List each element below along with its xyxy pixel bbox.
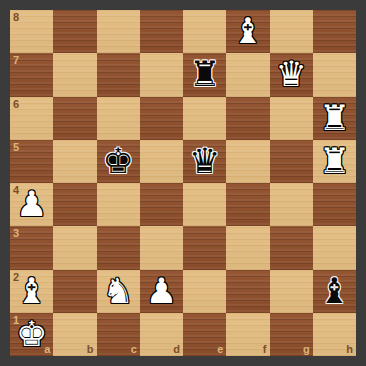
square-c5[interactable]: ♚ <box>97 140 140 183</box>
piece-white-pawn[interactable]: ♟ <box>140 270 183 313</box>
square-e5[interactable]: ♛ <box>183 140 226 183</box>
square-b2[interactable] <box>53 270 96 313</box>
rank-label-5: 5 <box>13 141 19 153</box>
square-h3[interactable] <box>313 226 356 269</box>
piece-white-king[interactable]: ♚ <box>10 313 53 356</box>
square-g1[interactable]: g <box>270 313 313 356</box>
piece-white-bishop[interactable]: ♝ <box>10 270 53 313</box>
piece-white-rook[interactable]: ♜ <box>313 97 356 140</box>
piece-black-bishop[interactable]: ♝ <box>313 270 356 313</box>
square-c6[interactable] <box>97 97 140 140</box>
square-a6[interactable]: 6 <box>10 97 53 140</box>
square-b3[interactable] <box>53 226 96 269</box>
square-d1[interactable]: d <box>140 313 183 356</box>
file-label-c: c <box>131 343 137 356</box>
square-a1[interactable]: 1a♚ <box>10 313 53 356</box>
square-d7[interactable] <box>140 53 183 96</box>
square-h7[interactable] <box>313 53 356 96</box>
rank-label-7: 7 <box>13 54 19 66</box>
square-d8[interactable] <box>140 10 183 53</box>
square-c2[interactable]: ♞ <box>97 270 140 313</box>
square-b6[interactable] <box>53 97 96 140</box>
square-g8[interactable] <box>270 10 313 53</box>
square-e4[interactable] <box>183 183 226 226</box>
square-h5[interactable]: ♜ <box>313 140 356 183</box>
piece-white-knight[interactable]: ♞ <box>97 270 140 313</box>
piece-white-pawn[interactable]: ♟ <box>10 183 53 226</box>
rank-label-3: 3 <box>13 227 19 239</box>
piece-white-queen[interactable]: ♛ <box>270 53 313 96</box>
square-f3[interactable] <box>226 226 269 269</box>
square-a7[interactable]: 7 <box>10 53 53 96</box>
square-a3[interactable]: 3 <box>10 226 53 269</box>
square-g3[interactable] <box>270 226 313 269</box>
square-a5[interactable]: 5 <box>10 140 53 183</box>
square-e6[interactable] <box>183 97 226 140</box>
square-c3[interactable] <box>97 226 140 269</box>
rank-label-8: 8 <box>13 11 19 23</box>
chess-board: 8♝7♜♛6♜5♚♛♜4♟32♝♞♟♝1a♚bcdefgh <box>10 10 356 356</box>
piece-black-rook[interactable]: ♜ <box>183 53 226 96</box>
square-d3[interactable] <box>140 226 183 269</box>
file-label-e: e <box>217 343 223 356</box>
square-a4[interactable]: 4♟ <box>10 183 53 226</box>
square-f8[interactable]: ♝ <box>226 10 269 53</box>
square-d6[interactable] <box>140 97 183 140</box>
piece-white-bishop[interactable]: ♝ <box>226 10 269 53</box>
square-h4[interactable] <box>313 183 356 226</box>
square-a8[interactable]: 8 <box>10 10 53 53</box>
square-f4[interactable] <box>226 183 269 226</box>
rank-label-6: 6 <box>13 98 19 110</box>
piece-white-rook[interactable]: ♜ <box>313 140 356 183</box>
square-c1[interactable]: c <box>97 313 140 356</box>
file-label-f: f <box>263 343 267 356</box>
square-c8[interactable] <box>97 10 140 53</box>
square-g2[interactable] <box>270 270 313 313</box>
square-d2[interactable]: ♟ <box>140 270 183 313</box>
square-e8[interactable] <box>183 10 226 53</box>
square-c4[interactable] <box>97 183 140 226</box>
square-h8[interactable] <box>313 10 356 53</box>
square-f6[interactable] <box>226 97 269 140</box>
square-b4[interactable] <box>53 183 96 226</box>
square-b5[interactable] <box>53 140 96 183</box>
piece-black-king[interactable]: ♚ <box>97 140 140 183</box>
square-d5[interactable] <box>140 140 183 183</box>
square-g5[interactable] <box>270 140 313 183</box>
square-h6[interactable]: ♜ <box>313 97 356 140</box>
square-f2[interactable] <box>226 270 269 313</box>
square-f5[interactable] <box>226 140 269 183</box>
square-e3[interactable] <box>183 226 226 269</box>
square-g6[interactable] <box>270 97 313 140</box>
square-b1[interactable]: b <box>53 313 96 356</box>
square-g7[interactable]: ♛ <box>270 53 313 96</box>
square-b8[interactable] <box>53 10 96 53</box>
square-e7[interactable]: ♜ <box>183 53 226 96</box>
file-label-g: g <box>303 343 310 356</box>
file-label-h: h <box>346 343 353 356</box>
square-a2[interactable]: 2♝ <box>10 270 53 313</box>
file-label-b: b <box>87 343 94 356</box>
square-d4[interactable] <box>140 183 183 226</box>
piece-black-queen[interactable]: ♛ <box>183 140 226 183</box>
square-f7[interactable] <box>226 53 269 96</box>
square-h2[interactable]: ♝ <box>313 270 356 313</box>
file-label-d: d <box>173 343 180 356</box>
square-e2[interactable] <box>183 270 226 313</box>
square-e1[interactable]: e <box>183 313 226 356</box>
square-c7[interactable] <box>97 53 140 96</box>
square-g4[interactable] <box>270 183 313 226</box>
square-f1[interactable]: f <box>226 313 269 356</box>
square-b7[interactable] <box>53 53 96 96</box>
square-h1[interactable]: h <box>313 313 356 356</box>
